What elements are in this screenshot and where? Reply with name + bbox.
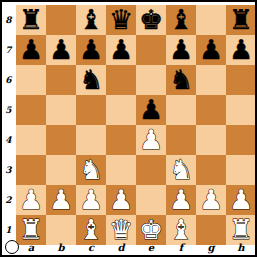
square-c6[interactable]: ♞ <box>76 65 106 95</box>
square-e7[interactable] <box>136 35 166 65</box>
square-b5[interactable] <box>46 95 76 125</box>
file-label-f: f <box>166 241 196 255</box>
square-c3[interactable]: ♞ <box>76 155 106 185</box>
square-e3[interactable] <box>136 155 166 185</box>
black-rook-h8: ♜ <box>229 5 253 35</box>
square-e8[interactable]: ♚ <box>136 5 166 35</box>
rank-label-8: 8 <box>2 5 15 35</box>
white-pawn-d2: ♟ <box>109 185 133 215</box>
white-pawn-f2: ♟ <box>169 185 193 215</box>
square-h8[interactable]: ♜ <box>226 5 256 35</box>
square-d4[interactable] <box>106 125 136 155</box>
square-a7[interactable]: ♟ <box>16 35 46 65</box>
square-g2[interactable]: ♟ <box>196 185 226 215</box>
square-h7[interactable]: ♟ <box>226 35 256 65</box>
square-e6[interactable] <box>136 65 166 95</box>
square-f5[interactable] <box>166 95 196 125</box>
square-e2[interactable] <box>136 185 166 215</box>
rank-label-2: 2 <box>2 185 15 215</box>
file-label-e: e <box>136 241 166 255</box>
file-label-g: g <box>196 241 226 255</box>
rank-label-5: 5 <box>2 95 15 125</box>
square-e5[interactable]: ♟ <box>136 95 166 125</box>
square-b6[interactable] <box>46 65 76 95</box>
black-bishop-c8: ♝ <box>79 5 103 35</box>
square-f4[interactable] <box>166 125 196 155</box>
rank-label-4: 4 <box>2 125 15 155</box>
square-d3[interactable] <box>106 155 136 185</box>
white-pawn-g2: ♟ <box>199 185 223 215</box>
file-label-c: c <box>76 241 106 255</box>
square-h4[interactable] <box>226 125 256 155</box>
black-bishop-f8: ♝ <box>169 5 193 35</box>
square-h3[interactable] <box>226 155 256 185</box>
black-pawn-f7: ♟ <box>169 35 193 65</box>
square-f3[interactable]: ♞ <box>166 155 196 185</box>
square-f7[interactable]: ♟ <box>166 35 196 65</box>
rank-labels: 87654321 <box>2 5 16 245</box>
square-a3[interactable] <box>16 155 46 185</box>
square-g7[interactable]: ♟ <box>196 35 226 65</box>
file-label-b: b <box>46 241 76 255</box>
square-a8[interactable]: ♜ <box>16 5 46 35</box>
chess-diagram: ♜♝♛♚♝♜♟♟♟♟♟♟♟♞♞♟♟♞♞♟♟♟♟♟♟♟♜♝♛♚♝♜ 8765432… <box>0 0 257 257</box>
file-label-a: a <box>16 241 46 255</box>
white-pawn-b2: ♟ <box>49 185 73 215</box>
square-d6[interactable] <box>106 65 136 95</box>
black-pawn-g7: ♟ <box>199 35 223 65</box>
square-e4[interactable]: ♟ <box>136 125 166 155</box>
black-pawn-d7: ♟ <box>109 35 133 65</box>
file-label-d: d <box>106 241 136 255</box>
square-b2[interactable]: ♟ <box>46 185 76 215</box>
white-pawn-h2: ♟ <box>229 185 253 215</box>
white-knight-c3: ♞ <box>79 155 103 185</box>
square-c4[interactable] <box>76 125 106 155</box>
square-a4[interactable] <box>16 125 46 155</box>
black-pawn-a7: ♟ <box>19 35 43 65</box>
square-c8[interactable]: ♝ <box>76 5 106 35</box>
black-knight-f6: ♞ <box>169 65 193 95</box>
black-pawn-b7: ♟ <box>49 35 73 65</box>
square-h6[interactable] <box>226 65 256 95</box>
white-pawn-e4: ♟ <box>139 125 163 155</box>
square-g4[interactable] <box>196 125 226 155</box>
square-g5[interactable] <box>196 95 226 125</box>
square-g8[interactable] <box>196 5 226 35</box>
square-a2[interactable]: ♟ <box>16 185 46 215</box>
black-pawn-e5: ♟ <box>139 95 163 125</box>
square-b4[interactable] <box>46 125 76 155</box>
file-labels: abcdefgh <box>16 241 256 255</box>
square-d5[interactable] <box>106 95 136 125</box>
black-queen-d8: ♛ <box>109 5 133 35</box>
square-d2[interactable]: ♟ <box>106 185 136 215</box>
rank-label-6: 6 <box>2 65 15 95</box>
rank-label-3: 3 <box>2 155 15 185</box>
black-king-e8: ♚ <box>139 5 163 35</box>
square-c7[interactable]: ♟ <box>76 35 106 65</box>
square-c5[interactable] <box>76 95 106 125</box>
square-f2[interactable]: ♟ <box>166 185 196 215</box>
black-rook-a8: ♜ <box>19 5 43 35</box>
square-d7[interactable]: ♟ <box>106 35 136 65</box>
black-pawn-c7: ♟ <box>79 35 103 65</box>
square-a6[interactable] <box>16 65 46 95</box>
square-b3[interactable] <box>46 155 76 185</box>
white-to-move-indicator <box>5 240 19 254</box>
chess-board: ♜♝♛♚♝♜♟♟♟♟♟♟♟♞♞♟♟♞♞♟♟♟♟♟♟♟♜♝♛♚♝♜ <box>16 5 256 245</box>
square-c2[interactable]: ♟ <box>76 185 106 215</box>
black-pawn-h7: ♟ <box>229 35 253 65</box>
square-g3[interactable] <box>196 155 226 185</box>
square-g6[interactable] <box>196 65 226 95</box>
square-f6[interactable]: ♞ <box>166 65 196 95</box>
file-label-h: h <box>226 241 256 255</box>
square-a5[interactable] <box>16 95 46 125</box>
square-h2[interactable]: ♟ <box>226 185 256 215</box>
white-knight-f3: ♞ <box>169 155 193 185</box>
square-b7[interactable]: ♟ <box>46 35 76 65</box>
white-pawn-a2: ♟ <box>19 185 43 215</box>
square-f8[interactable]: ♝ <box>166 5 196 35</box>
white-pawn-c2: ♟ <box>79 185 103 215</box>
square-b8[interactable] <box>46 5 76 35</box>
black-knight-c6: ♞ <box>79 65 103 95</box>
square-d8[interactable]: ♛ <box>106 5 136 35</box>
rank-label-7: 7 <box>2 35 15 65</box>
square-h5[interactable] <box>226 95 256 125</box>
